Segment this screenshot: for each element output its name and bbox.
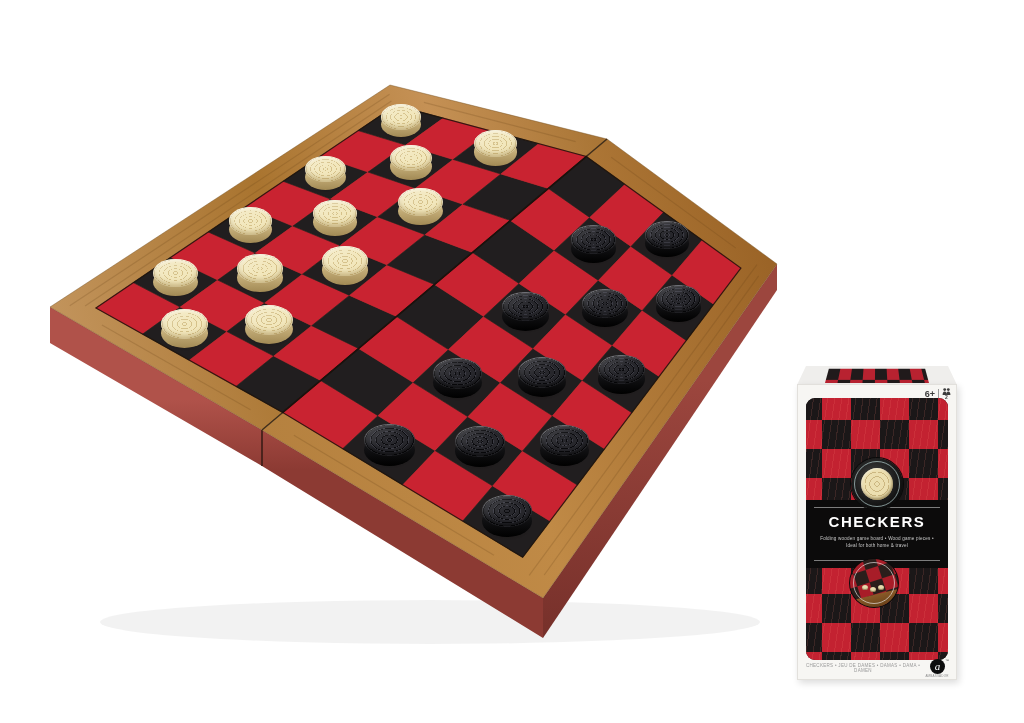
box-footer-text: CHECKERS • JEU DE DAMES • DAMAS • DAMA •… (804, 663, 922, 673)
cream-piece-photo (861, 468, 893, 500)
scene: 6+ 2 CHECKERS F (0, 0, 1024, 723)
board-window-photo (850, 559, 898, 607)
brand-caption: AMBASSADOR (920, 674, 954, 678)
piece-window-photo (851, 458, 903, 510)
product-box: 6+ 2 CHECKERS F (797, 366, 957, 680)
board-ground-shadow (100, 600, 760, 644)
window-ring (853, 562, 895, 604)
box-top-face (797, 366, 957, 385)
box-tagline-line1: Folding wooden game board • Wood game pi… (806, 536, 948, 541)
players-count: 2 (945, 395, 948, 400)
box-tagline-line2: Ideal for both home & travel (806, 543, 948, 548)
brand-logo: a (930, 659, 945, 674)
box-front-face: 6+ 2 CHECKERS F (797, 384, 957, 680)
title-band: CHECKERS Folding wooden game board • Woo… (806, 500, 948, 568)
trademark-symbol: ™ (945, 658, 949, 663)
box-art-panel: CHECKERS Folding wooden game board • Woo… (806, 398, 948, 660)
box-title: CHECKERS (806, 513, 948, 530)
box-top-checker-art (825, 369, 929, 383)
